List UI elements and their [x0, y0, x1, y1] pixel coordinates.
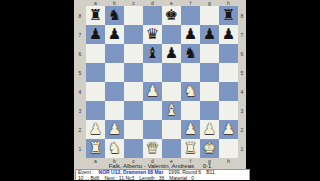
rank-labels-left: 87654321	[74, 6, 86, 158]
square-g4[interactable]	[200, 82, 219, 101]
black-rook-h8[interactable]: ♜	[222, 6, 235, 25]
black-pawn-e6[interactable]: ♟	[165, 44, 178, 63]
square-d8[interactable]	[143, 6, 162, 25]
square-b3[interactable]	[105, 101, 124, 120]
square-h4[interactable]	[219, 82, 238, 101]
square-d1[interactable]: ♛	[143, 139, 162, 158]
black-rook-a8[interactable]: ♜	[89, 6, 102, 25]
square-c5[interactable]	[124, 63, 143, 82]
square-b1[interactable]: ♞	[105, 139, 124, 158]
rank-labels-right: 87654321	[238, 6, 246, 158]
next-move: Next : 11.Nc3	[104, 176, 134, 181]
square-f7[interactable]: ♟	[181, 25, 200, 44]
square-g2[interactable]: ♟	[200, 120, 219, 139]
square-d7[interactable]: ♛	[143, 25, 162, 44]
square-g8[interactable]	[200, 6, 219, 25]
rank-label-4: 4	[74, 82, 86, 101]
square-f4[interactable]: ♞	[181, 82, 200, 101]
white-knight-f4[interactable]: ♞	[184, 82, 197, 101]
black-pawn-a7[interactable]: ♟	[89, 25, 102, 44]
square-b4[interactable]	[105, 82, 124, 101]
rank-label-6: 6	[238, 44, 246, 63]
square-c2[interactable]	[124, 120, 143, 139]
square-b2[interactable]: ♟	[105, 120, 124, 139]
square-b8[interactable]: ♞	[105, 6, 124, 25]
video-frame: abcdefgh 87654321 ♜♞♚♜♟♟♛♟♟♟♝♟♞♟♞♝♟♟♟♟♟♜…	[0, 0, 320, 180]
white-queen-d1[interactable]: ♛	[146, 139, 159, 158]
black-pawn-g7[interactable]: ♟	[203, 25, 216, 44]
rank-label-2: 2	[238, 120, 246, 139]
white-rook-a1[interactable]: ♜	[89, 139, 102, 158]
game-info-box: Event : NOR U12, Drammen 08 Mar 1999, Ro…	[75, 169, 250, 180]
square-b7[interactable]: ♟	[105, 25, 124, 44]
white-knight-b1[interactable]: ♞	[108, 139, 121, 158]
square-c3[interactable]	[124, 101, 143, 120]
black-knight-b8[interactable]: ♞	[108, 6, 121, 25]
square-e8[interactable]: ♚	[162, 6, 181, 25]
square-f8[interactable]	[181, 6, 200, 25]
square-c1[interactable]	[124, 139, 143, 158]
white-pawn-g2[interactable]: ♟	[203, 120, 216, 139]
game-length: Length : 36	[139, 176, 164, 181]
square-e5[interactable]	[162, 63, 181, 82]
square-e1[interactable]	[162, 139, 181, 158]
square-g7[interactable]: ♟	[200, 25, 219, 44]
square-d2[interactable]	[143, 120, 162, 139]
square-d4[interactable]: ♟	[143, 82, 162, 101]
rank-label-8: 8	[74, 6, 86, 25]
square-h8[interactable]: ♜	[219, 6, 238, 25]
square-d6[interactable]: ♝	[143, 44, 162, 63]
black-pawn-f7[interactable]: ♟	[184, 25, 197, 44]
square-h2[interactable]: ♟	[219, 120, 238, 139]
square-f2[interactable]: ♟	[181, 120, 200, 139]
square-a4[interactable]	[86, 82, 105, 101]
square-e3[interactable]: ♝	[162, 101, 181, 120]
square-g3[interactable]	[200, 101, 219, 120]
white-bishop-e3[interactable]: ♝	[165, 101, 178, 120]
eco-code: B11	[206, 170, 215, 176]
square-d3[interactable]	[143, 101, 162, 120]
white-pawn-d4[interactable]: ♟	[146, 82, 159, 101]
white-pawn-h2[interactable]: ♟	[222, 120, 235, 139]
material-balance: Material : 0	[169, 176, 194, 181]
chess-board[interactable]: ♜♞♚♜♟♟♛♟♟♟♝♟♞♟♞♝♟♟♟♟♟♜♞♛♜♚	[86, 6, 238, 158]
black-king-e8[interactable]: ♚	[165, 6, 178, 25]
square-c6[interactable]	[124, 44, 143, 63]
square-e6[interactable]: ♟	[162, 44, 181, 63]
rank-label-3: 3	[238, 101, 246, 120]
square-c8[interactable]	[124, 6, 143, 25]
square-a7[interactable]: ♟	[86, 25, 105, 44]
square-a5[interactable]	[86, 63, 105, 82]
rank-label-5: 5	[74, 63, 86, 82]
white-pawn-a2[interactable]: ♟	[89, 120, 102, 139]
rank-label-1: 1	[238, 139, 246, 158]
square-b5[interactable]	[105, 63, 124, 82]
chess-gui-panel: abcdefgh 87654321 ♜♞♚♜♟♟♛♟♟♟♝♟♞♟♞♝♟♟♟♟♟♜…	[74, 0, 246, 180]
rank-label-5: 5	[238, 63, 246, 82]
rank-label-3: 3	[74, 101, 86, 120]
status-line: 10 ... Bd6 Next : 11.Nc3 Length : 36 Mat…	[78, 176, 247, 181]
square-a1[interactable]: ♜	[86, 139, 105, 158]
square-e7[interactable]	[162, 25, 181, 44]
square-f5[interactable]	[181, 63, 200, 82]
square-g6[interactable]	[200, 44, 219, 63]
white-pawn-f2[interactable]: ♟	[184, 120, 197, 139]
square-e2[interactable]	[162, 120, 181, 139]
square-h5[interactable]	[219, 63, 238, 82]
square-e4[interactable]	[162, 82, 181, 101]
white-rook-f1[interactable]: ♜	[184, 139, 197, 158]
square-a6[interactable]	[86, 44, 105, 63]
rank-label-4: 4	[238, 82, 246, 101]
square-h6[interactable]	[219, 44, 238, 63]
black-queen-d7[interactable]: ♛	[146, 25, 159, 44]
square-c7[interactable]	[124, 25, 143, 44]
square-f6[interactable]: ♞	[181, 44, 200, 63]
rank-label-2: 2	[74, 120, 86, 139]
last-move: 10 ... Bd6	[78, 176, 99, 181]
rank-label-1: 1	[74, 139, 86, 158]
black-knight-f6[interactable]: ♞	[184, 44, 197, 63]
rank-label-6: 6	[74, 44, 86, 63]
square-d5[interactable]	[143, 63, 162, 82]
square-h7[interactable]: ♟	[219, 25, 238, 44]
square-a8[interactable]: ♜	[86, 6, 105, 25]
square-g1[interactable]: ♚	[200, 139, 219, 158]
black-pawn-h7[interactable]: ♟	[222, 25, 235, 44]
rank-label-7: 7	[238, 25, 246, 44]
rank-label-7: 7	[74, 25, 86, 44]
black-pawn-b7[interactable]: ♟	[108, 25, 121, 44]
square-h3[interactable]	[219, 101, 238, 120]
square-h1[interactable]	[219, 139, 238, 158]
square-a3[interactable]	[86, 101, 105, 120]
black-bishop-d6[interactable]: ♝	[146, 44, 159, 63]
square-g5[interactable]	[200, 63, 219, 82]
square-a2[interactable]: ♟	[86, 120, 105, 139]
white-king-g1[interactable]: ♚	[203, 139, 216, 158]
square-f3[interactable]	[181, 101, 200, 120]
square-b6[interactable]	[105, 44, 124, 63]
square-c4[interactable]	[124, 82, 143, 101]
rank-label-8: 8	[238, 6, 246, 25]
square-f1[interactable]: ♜	[181, 139, 200, 158]
white-pawn-b2[interactable]: ♟	[108, 120, 121, 139]
